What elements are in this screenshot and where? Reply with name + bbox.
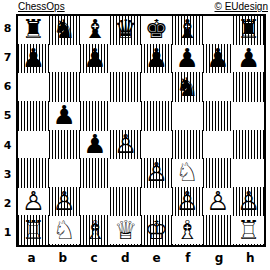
- black-bishop-c8: ♝: [83, 16, 106, 42]
- white-rook-a1: ♖: [22, 217, 45, 243]
- square-b6[interactable]: [49, 73, 80, 102]
- file-label-h: h: [235, 251, 266, 265]
- chessops-title-link[interactable]: ChessOps: [18, 1, 65, 12]
- white-pawn-h2: ♙: [237, 188, 260, 214]
- black-pawn-c7: ♟: [83, 45, 106, 71]
- square-g4[interactable]: [203, 131, 234, 160]
- square-d8[interactable]: ♛: [110, 16, 141, 45]
- file-labels: abcdefgh: [16, 251, 266, 265]
- square-h1[interactable]: ♖: [233, 216, 264, 245]
- black-queen-d8: ♛: [114, 16, 137, 42]
- square-c2[interactable]: [80, 188, 111, 217]
- square-h4[interactable]: [233, 131, 264, 160]
- file-label-b: b: [47, 251, 78, 265]
- white-pawn-e3: ♙: [145, 159, 168, 185]
- square-g6[interactable]: [203, 73, 234, 102]
- rank-label-1: 1: [0, 218, 15, 247]
- square-e1[interactable]: ♔: [141, 216, 172, 245]
- white-queen-d1: ♕: [114, 217, 137, 243]
- square-a5[interactable]: [18, 102, 49, 131]
- rank-label-6: 6: [0, 72, 15, 101]
- black-bishop-f8: ♝: [175, 16, 198, 42]
- white-pawn-g2: ♙: [206, 188, 229, 214]
- white-bishop-c1: ♗: [83, 217, 106, 243]
- square-b1[interactable]: ♘: [49, 216, 80, 245]
- square-a8[interactable]: ♜: [18, 16, 49, 45]
- square-d2[interactable]: [110, 188, 141, 217]
- square-c1[interactable]: ♗: [80, 216, 111, 245]
- black-pawn-f7: ♟: [175, 45, 198, 71]
- square-d7[interactable]: [110, 45, 141, 74]
- rank-label-3: 3: [0, 160, 15, 189]
- square-g8[interactable]: [203, 16, 234, 45]
- square-b3[interactable]: [49, 159, 80, 188]
- square-d1[interactable]: ♕: [110, 216, 141, 245]
- square-f7[interactable]: ♟: [172, 45, 203, 74]
- square-b8[interactable]: ♞: [49, 16, 80, 45]
- square-h5[interactable]: [233, 102, 264, 131]
- square-c4[interactable]: ♟: [80, 131, 111, 160]
- square-e6[interactable]: [141, 73, 172, 102]
- square-h8[interactable]: ♜: [233, 16, 264, 45]
- white-pawn-a2: ♙: [22, 188, 45, 214]
- square-d5[interactable]: [110, 102, 141, 131]
- chess-board: ♜♞♝♛♚♝♜♟♟♟♟♟♟♞♟♟♙♙♘♙♙♙♙♙♖♘♗♕♔♗♖: [16, 14, 266, 247]
- square-g7[interactable]: ♟: [203, 45, 234, 74]
- rank-label-4: 4: [0, 131, 15, 160]
- square-e8[interactable]: ♚: [141, 16, 172, 45]
- white-pawn-d4: ♙: [114, 131, 137, 157]
- black-rook-a8: ♜: [22, 16, 45, 42]
- square-h6[interactable]: [233, 73, 264, 102]
- square-f8[interactable]: ♝: [172, 16, 203, 45]
- square-b5[interactable]: ♟: [49, 102, 80, 131]
- file-label-e: e: [141, 251, 172, 265]
- file-label-d: d: [110, 251, 141, 265]
- black-king-e8: ♚: [145, 16, 168, 42]
- square-a7[interactable]: ♟: [18, 45, 49, 74]
- square-f3[interactable]: ♘: [172, 159, 203, 188]
- black-pawn-h7: ♟: [237, 45, 260, 71]
- rank-labels: 87654321: [0, 14, 15, 247]
- square-f2[interactable]: ♙: [172, 188, 203, 217]
- square-h3[interactable]: [233, 159, 264, 188]
- square-d6[interactable]: [110, 73, 141, 102]
- square-e5[interactable]: [141, 102, 172, 131]
- black-pawn-b5: ♟: [52, 102, 75, 128]
- square-b2[interactable]: ♙: [49, 188, 80, 217]
- square-e4[interactable]: [141, 131, 172, 160]
- square-g5[interactable]: [203, 102, 234, 131]
- white-king-e1: ♔: [145, 217, 168, 243]
- square-g3[interactable]: [203, 159, 234, 188]
- white-pawn-f2: ♙: [175, 188, 198, 214]
- square-c8[interactable]: ♝: [80, 16, 111, 45]
- black-knight-f6: ♞: [175, 74, 198, 100]
- rank-label-8: 8: [0, 14, 15, 43]
- white-bishop-f1: ♗: [175, 217, 198, 243]
- square-h7[interactable]: ♟: [233, 45, 264, 74]
- white-rook-h1: ♖: [237, 217, 260, 243]
- white-knight-f3: ♘: [175, 159, 198, 185]
- chess-diagram: ChessOps © EUdesign 87654321 ♜♞♝♛♚♝♜♟♟♟♟…: [0, 0, 270, 270]
- rank-label-2: 2: [0, 189, 15, 218]
- black-rook-h8: ♜: [237, 16, 260, 42]
- square-e3[interactable]: ♙: [141, 159, 172, 188]
- square-g1[interactable]: [203, 216, 234, 245]
- square-a1[interactable]: ♖: [18, 216, 49, 245]
- rank-label-7: 7: [0, 43, 15, 72]
- square-a3[interactable]: [18, 159, 49, 188]
- square-c7[interactable]: ♟: [80, 45, 111, 74]
- square-c5[interactable]: [80, 102, 111, 131]
- square-a4[interactable]: [18, 131, 49, 160]
- square-f6[interactable]: ♞: [172, 73, 203, 102]
- black-pawn-e7: ♟: [145, 45, 168, 71]
- white-pawn-b2: ♙: [52, 188, 75, 214]
- square-g2[interactable]: ♙: [203, 188, 234, 217]
- file-label-c: c: [79, 251, 110, 265]
- square-b4[interactable]: [49, 131, 80, 160]
- file-label-g: g: [204, 251, 235, 265]
- square-b7[interactable]: [49, 45, 80, 74]
- rank-label-5: 5: [0, 101, 15, 130]
- white-knight-b1: ♘: [52, 217, 75, 243]
- square-f1[interactable]: ♗: [172, 216, 203, 245]
- square-a6[interactable]: [18, 73, 49, 102]
- black-knight-b8: ♞: [52, 16, 75, 42]
- square-h2[interactable]: ♙: [233, 188, 264, 217]
- square-f5[interactable]: [172, 102, 203, 131]
- square-a2[interactable]: ♙: [18, 188, 49, 217]
- square-d4[interactable]: ♙: [110, 131, 141, 160]
- square-c3[interactable]: [80, 159, 111, 188]
- file-label-f: f: [172, 251, 203, 265]
- eudesign-credit-link[interactable]: © EUdesign: [214, 1, 268, 12]
- square-e2[interactable]: [141, 188, 172, 217]
- black-pawn-a7: ♟: [22, 45, 45, 71]
- black-pawn-c4: ♟: [83, 131, 106, 157]
- square-e7[interactable]: ♟: [141, 45, 172, 74]
- square-f4[interactable]: [172, 131, 203, 160]
- square-c6[interactable]: [80, 73, 111, 102]
- file-label-a: a: [16, 251, 47, 265]
- black-pawn-g7: ♟: [206, 45, 229, 71]
- square-d3[interactable]: [110, 159, 141, 188]
